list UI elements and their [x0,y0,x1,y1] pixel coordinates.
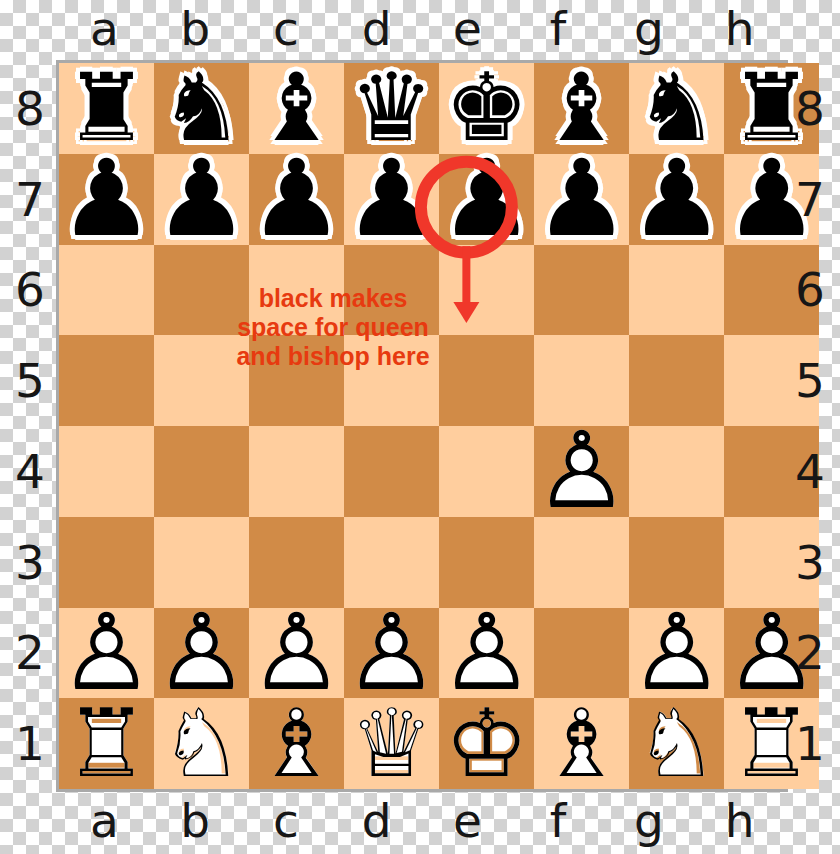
square-c1[interactable]: ♝♗ [249,698,344,789]
white-piece-outline: ♗ [534,698,629,789]
square-a2[interactable]: ♟♙ [59,608,154,699]
white-piece-outline: ♙ [59,608,154,699]
note-line-2: space for queen [200,313,466,342]
annotation-note: black makes space for queen and bishop h… [200,284,466,371]
square-g1[interactable]: ♞♘ [629,698,724,789]
piece-bp-e7[interactable]: ♟ [439,154,534,245]
file-label-top-a: a [59,0,150,58]
piece-wp-c2[interactable]: ♟♙ [249,608,344,699]
piece-wp-d2[interactable]: ♟♙ [344,608,439,699]
square-f2[interactable] [534,608,629,699]
file-label-bottom-e: e [422,792,513,854]
square-e7[interactable]: ♟ [439,154,534,245]
white-piece-outline: ♕ [344,698,439,789]
square-f3[interactable] [534,517,629,608]
rank-labels-left: 87654321 [8,63,52,789]
file-label-bottom-h: h [694,792,785,854]
piece-wb-f1[interactable]: ♝♗ [534,698,629,789]
white-piece-outline: ♙ [629,608,724,699]
file-label-top-c: c [241,0,332,58]
square-a4[interactable] [59,426,154,517]
rank-label-left-7: 7 [8,154,52,245]
black-piece-glyph: ♟ [59,154,154,244]
white-piece-outline: ♙ [439,608,534,699]
piece-wp-a2[interactable]: ♟♙ [59,608,154,699]
piece-wb-c1[interactable]: ♝♗ [249,698,344,789]
rank-label-right-7: 7 [788,154,832,245]
square-f4[interactable]: ♟♙ [534,426,629,517]
square-d1[interactable]: ♛♕ [344,698,439,789]
piece-bp-f7[interactable]: ♟ [534,154,629,245]
piece-wq-d1[interactable]: ♛♕ [344,698,439,789]
piece-wk-e1[interactable]: ♚♔ [439,698,534,789]
rank-label-left-2: 2 [8,608,52,699]
file-label-bottom-f: f [513,792,604,854]
black-piece-glyph: ♟ [629,154,724,244]
piece-wn-b1[interactable]: ♞♘ [154,698,249,789]
file-label-top-b: b [150,0,241,58]
file-label-top-g: g [604,0,695,58]
square-b7[interactable]: ♟ [154,154,249,245]
square-e2[interactable]: ♟♙ [439,608,534,699]
piece-wp-b2[interactable]: ♟♙ [154,608,249,699]
rank-label-left-1: 1 [8,698,52,789]
square-a5[interactable] [59,335,154,426]
file-label-top-h: h [694,0,785,58]
file-label-bottom-g: g [604,792,695,854]
rank-label-right-1: 1 [788,698,832,789]
piece-bp-g7[interactable]: ♟ [629,154,724,245]
file-labels-bottom: abcdefgh [59,792,785,854]
square-g4[interactable] [629,426,724,517]
square-d7[interactable]: ♟ [344,154,439,245]
square-f1[interactable]: ♝♗ [534,698,629,789]
rank-label-left-5: 5 [8,335,52,426]
rank-label-right-3: 3 [788,517,832,608]
chess-diagram: { "game": "chess", "position": { "fen": … [0,0,840,854]
square-g5[interactable] [629,335,724,426]
square-d4[interactable] [344,426,439,517]
note-line-1: black makes [200,284,466,313]
square-c4[interactable] [249,426,344,517]
black-piece-glyph: ♟ [534,154,629,244]
piece-wr-a1[interactable]: ♜♖ [59,698,154,789]
rank-label-left-3: 3 [8,517,52,608]
square-c2[interactable]: ♟♙ [249,608,344,699]
piece-bp-a7[interactable]: ♟ [59,154,154,245]
black-piece-glyph: ♟ [439,154,534,244]
piece-bp-c7[interactable]: ♟ [249,154,344,245]
file-label-bottom-b: b [150,792,241,854]
file-label-top-e: e [422,0,513,58]
white-piece-outline: ♙ [344,608,439,699]
white-piece-outline: ♔ [439,698,534,789]
rank-label-left-6: 6 [8,245,52,336]
piece-wp-f4[interactable]: ♟♙ [534,426,629,517]
black-piece-glyph: ♟ [249,154,344,244]
rank-label-left-8: 8 [8,63,52,154]
file-label-top-f: f [513,0,604,58]
white-piece-outline: ♙ [249,608,344,699]
white-piece-outline: ♙ [154,608,249,699]
square-e4[interactable] [439,426,534,517]
file-label-top-d: d [331,0,422,58]
square-f7[interactable]: ♟ [534,154,629,245]
white-piece-outline: ♙ [534,426,629,517]
white-piece-outline: ♘ [154,698,249,789]
piece-wp-g2[interactable]: ♟♙ [629,608,724,699]
square-a7[interactable]: ♟ [59,154,154,245]
square-g7[interactable]: ♟ [629,154,724,245]
file-label-bottom-c: c [241,792,332,854]
square-a1[interactable]: ♜♖ [59,698,154,789]
rank-label-right-8: 8 [788,63,832,154]
white-piece-outline: ♗ [249,698,344,789]
piece-wn-g1[interactable]: ♞♘ [629,698,724,789]
white-piece-outline: ♘ [629,698,724,789]
rank-label-right-6: 6 [788,245,832,336]
rank-label-left-4: 4 [8,426,52,517]
square-g2[interactable]: ♟♙ [629,608,724,699]
file-label-bottom-d: d [331,792,422,854]
piece-bp-d7[interactable]: ♟ [344,154,439,245]
square-f6[interactable] [534,245,629,336]
file-label-bottom-a: a [59,792,150,854]
square-g6[interactable] [629,245,724,336]
black-piece-glyph: ♟ [344,154,439,244]
rank-label-right-4: 4 [788,426,832,517]
square-e1[interactable]: ♚♔ [439,698,534,789]
black-piece-glyph: ♟ [154,154,249,244]
square-c7[interactable]: ♟ [249,154,344,245]
square-b2[interactable]: ♟♙ [154,608,249,699]
rank-label-right-5: 5 [788,335,832,426]
file-labels-top: abcdefgh [59,0,785,58]
square-d2[interactable]: ♟♙ [344,608,439,699]
note-line-3: and bishop here [200,342,466,371]
rank-label-right-2: 2 [788,608,832,699]
square-b4[interactable] [154,426,249,517]
square-b1[interactable]: ♞♘ [154,698,249,789]
piece-wp-e2[interactable]: ♟♙ [439,608,534,699]
chess-board: ♜♞♝♛♚♝♞♜♟♟♟♟♟♟♟♟♟♙♟♙♟♙♟♙♟♙♟♙♟♙♟♙♜♖♞♘♝♗♛♕… [59,63,785,789]
square-a6[interactable] [59,245,154,336]
piece-bp-b7[interactable]: ♟ [154,154,249,245]
rank-labels-right: 87654321 [788,63,832,789]
white-piece-outline: ♖ [59,698,154,789]
